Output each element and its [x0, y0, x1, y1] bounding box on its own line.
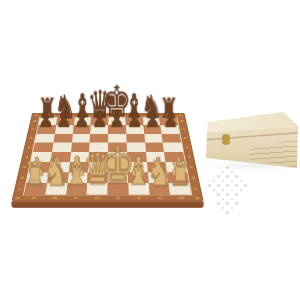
rank-label: 7: [31, 128, 35, 131]
watermark-dot: [231, 198, 234, 201]
board-square: [72, 134, 91, 143]
file-label: D: [94, 196, 99, 200]
watermark-dot: [226, 175, 229, 178]
watermark-dot: [231, 171, 234, 174]
watermark-dot: [240, 189, 243, 192]
board-squares: ♜♞♝♛♚♝♞♜♟♟♟♟♟♟♟♟♟♟♟♟♟♟♟♟♜♞♝♛♚♝♞♜: [24, 117, 191, 195]
rank-label: 1: [17, 187, 22, 191]
rank-label: 6: [183, 137, 187, 140]
watermark-dot: [213, 189, 216, 192]
file-label: C: [74, 196, 79, 200]
watermark-dot: [235, 193, 238, 196]
rank-label: 5: [185, 146, 189, 149]
rank-label: 8: [33, 120, 37, 123]
watermark-dot: [208, 184, 211, 187]
board-square: [144, 134, 163, 143]
board-square: ♟: [161, 125, 180, 133]
board-square: ♟: [55, 125, 74, 133]
board-square: ♜: [169, 183, 191, 195]
watermark-dot: [222, 171, 225, 174]
chess-piece-black: ♟: [162, 108, 178, 131]
watermark-dot: [217, 202, 220, 205]
watermark-dot: [231, 180, 234, 183]
watermark-dot: [231, 189, 234, 192]
board-front-edge: [12, 201, 204, 208]
chess-piece-black: ♟: [56, 108, 72, 131]
file-label: G: [157, 196, 163, 200]
chess-piece-black: ♟: [74, 108, 90, 131]
corner-ornament-icon: ❖: [194, 196, 201, 201]
watermark-dot: [222, 180, 225, 183]
brass-clasp-icon: [223, 135, 229, 144]
board-square: [53, 134, 72, 143]
board-square: ♟: [108, 125, 126, 133]
watermark-dot: [226, 166, 229, 169]
chess-piece-black: ♟: [127, 108, 143, 131]
product-photo-canvas: ♜♞♝♛♚♝♞♜♟♟♟♟♟♟♟♟♟♟♟♟♟♟♟♟♜♞♝♛♚♝♞♜ ABCDEFG…: [0, 0, 300, 300]
watermark-dot: [222, 198, 225, 201]
rank-label: 5: [27, 146, 31, 149]
watermark-dot: [217, 175, 220, 178]
watermark-logo: [208, 166, 250, 218]
watermark-dot: [226, 184, 229, 187]
watermark-dot: [235, 202, 238, 205]
watermark-dot: [226, 202, 229, 205]
board-square: ♟: [126, 125, 144, 133]
file-label: B: [52, 196, 57, 200]
file-label: A: [31, 196, 36, 200]
watermark-dot: [222, 207, 225, 210]
chess-piece-black: ♟: [38, 108, 54, 131]
board-square: ♟: [90, 125, 108, 133]
chess-piece-black: ♟: [91, 108, 107, 131]
rank-label: 7: [181, 128, 185, 131]
watermark-dot: [217, 193, 220, 196]
chess-piece-black: ♟: [109, 108, 125, 131]
watermark-dot: [244, 184, 247, 187]
watermark-dot: [226, 211, 229, 214]
chess-piece-black: ♟: [145, 108, 161, 131]
board-square: [35, 134, 55, 143]
watermark-dot: [222, 189, 225, 192]
watermark-dot: [226, 193, 229, 196]
board-square: ♞: [148, 183, 170, 195]
chess-piece-white: ♜: [168, 158, 191, 191]
corner-ornament-icon: ❖: [14, 196, 21, 201]
file-label: E: [116, 196, 120, 200]
board-square: ♟: [143, 125, 162, 133]
chess-board: ♜♞♝♛♚♝♞♜♟♟♟♟♟♟♟♟♟♟♟♟♟♟♟♟♜♞♝♛♚♝♞♜ ABCDEFG…: [23, 67, 193, 237]
wooden-storage-box: [203, 108, 300, 170]
watermark-dot: [217, 184, 220, 187]
board-square: ♟: [37, 125, 56, 133]
board-square: ♟: [72, 125, 90, 133]
watermark-dot: [240, 180, 243, 183]
watermark-dot: [213, 180, 216, 183]
board-border: ♜♞♝♛♚♝♞♜♟♟♟♟♟♟♟♟♟♟♟♟♟♟♟♟♜♞♝♛♚♝♞♜ ABCDEFG…: [12, 113, 204, 201]
file-label: H: [178, 196, 184, 200]
rank-label: 6: [29, 137, 33, 140]
watermark-dot: [235, 175, 238, 178]
board-square: [162, 134, 182, 143]
rank-label: 8: [180, 120, 184, 123]
file-label: F: [137, 196, 141, 200]
watermark-dot: [235, 184, 238, 187]
watermark-dot: [231, 207, 234, 210]
rank-label: 1: [193, 187, 198, 191]
